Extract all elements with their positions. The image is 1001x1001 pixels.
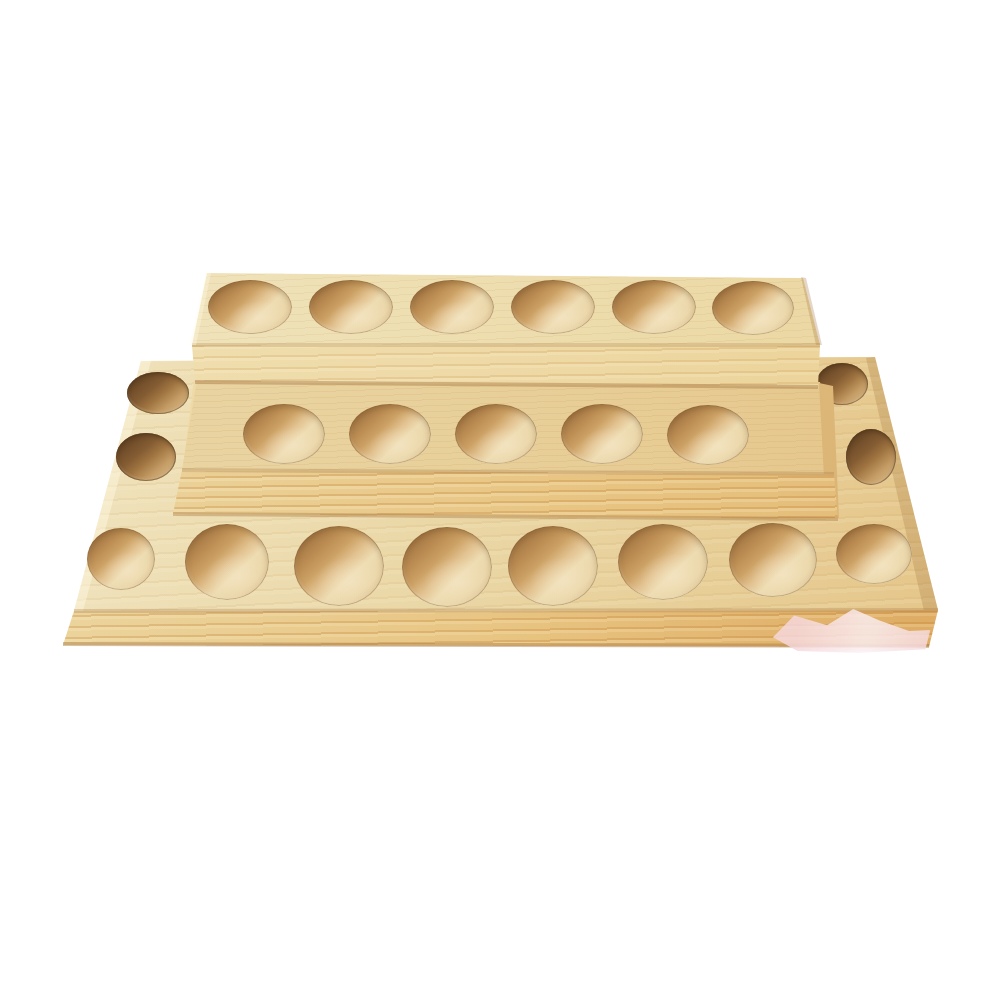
bottle-hole-middle-row [455, 404, 537, 464]
bottle-hole-top-row [511, 280, 595, 334]
bottle-hole-front-row [836, 524, 912, 584]
bottle-hole-front-row [402, 527, 492, 607]
bottle-hole-left-side [127, 372, 189, 414]
bottle-hole-top-row [712, 281, 794, 335]
bottle-hole-front-row [294, 526, 384, 606]
bottle-hole-front-row [729, 523, 817, 597]
bottle-hole-middle-row [243, 404, 325, 464]
bottle-hole-middle-row [561, 404, 643, 464]
bottle-hole-top-row [612, 280, 696, 334]
bottle-hole-right-side [846, 429, 896, 485]
bottle-hole-left-side [116, 433, 176, 481]
bottle-hole-front-row [185, 524, 269, 600]
bottle-hole-middle-row [349, 404, 431, 464]
bottle-hole-top-row [410, 280, 494, 334]
bottle-hole-front-row [508, 526, 598, 606]
bottle-hole-top-row [208, 280, 292, 334]
scene [0, 0, 1001, 1001]
bottle-hole-front-row [618, 524, 708, 600]
bottle-hole-top-row [309, 280, 393, 334]
bottle-hole-front-row [87, 528, 155, 590]
bottle-hole-middle-row [667, 405, 749, 465]
